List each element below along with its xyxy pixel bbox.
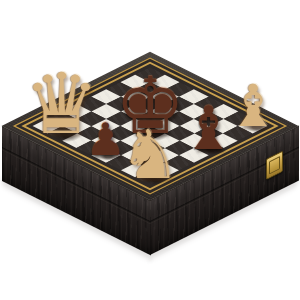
square-e1: ♟ [91,148,120,163]
brass-latch-plate [269,156,280,174]
brass-latch [266,151,283,180]
knight-glyph: ♞ [120,120,181,188]
square-h5: ♝ [194,141,223,156]
product-photo: ♝♝♚♛♟♞ [0,0,300,300]
square-h8: ♝ [238,119,267,134]
bishop-glyph: ♝ [182,98,236,158]
square-b1: ♛ [47,126,76,141]
square-h1: ♞ [135,170,164,185]
